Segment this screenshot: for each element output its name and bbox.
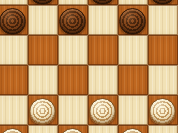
board-square[interactable] — [118, 35, 148, 65]
board-square[interactable] — [88, 65, 118, 95]
board-square[interactable] — [118, 5, 148, 35]
checkers-board — [0, 0, 178, 133]
light-checker-piece[interactable] — [0, 128, 26, 133]
board-square[interactable] — [88, 95, 118, 125]
checkers-board-viewport — [0, 0, 178, 133]
board-square[interactable] — [0, 65, 28, 95]
board-square[interactable] — [58, 5, 88, 35]
board-square[interactable] — [0, 5, 28, 35]
board-square[interactable] — [148, 65, 178, 95]
board-square[interactable] — [58, 125, 88, 133]
board-square[interactable] — [0, 95, 28, 125]
board-square[interactable] — [58, 65, 88, 95]
light-checker-piece[interactable] — [29, 98, 56, 125]
board-square[interactable] — [58, 35, 88, 65]
board-square[interactable] — [148, 35, 178, 65]
board-square[interactable] — [88, 125, 118, 133]
board-square[interactable] — [28, 35, 58, 65]
board-square[interactable] — [118, 125, 148, 133]
board-square[interactable] — [88, 5, 118, 35]
dark-checker-piece[interactable] — [119, 8, 146, 35]
light-checker-piece[interactable] — [59, 128, 86, 133]
board-square[interactable] — [28, 125, 58, 133]
board-square[interactable] — [28, 5, 58, 35]
board-square[interactable] — [148, 5, 178, 35]
light-checker-piece[interactable] — [149, 98, 176, 125]
board-square[interactable] — [148, 95, 178, 125]
light-checker-piece[interactable] — [119, 128, 146, 133]
board-square[interactable] — [0, 125, 28, 133]
board-square[interactable] — [118, 65, 148, 95]
board-square[interactable] — [148, 125, 178, 133]
dark-checker-piece[interactable] — [59, 8, 86, 35]
board-square[interactable] — [28, 65, 58, 95]
board-square[interactable] — [88, 35, 118, 65]
light-checker-piece[interactable] — [89, 98, 116, 125]
dark-checker-piece[interactable] — [0, 8, 26, 35]
board-square[interactable] — [58, 95, 88, 125]
board-square[interactable] — [28, 95, 58, 125]
board-square[interactable] — [0, 35, 28, 65]
board-square[interactable] — [118, 95, 148, 125]
